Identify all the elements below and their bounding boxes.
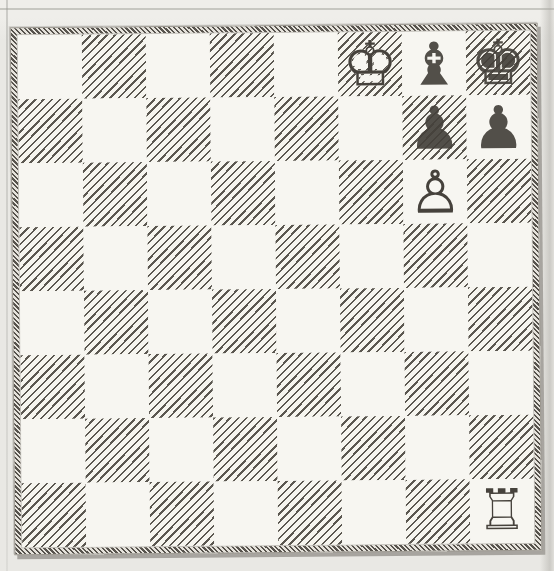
square-c6[interactable]	[147, 162, 212, 227]
square-b1[interactable]	[86, 482, 151, 547]
square-f8[interactable]: ♚♔	[338, 32, 403, 97]
square-h8[interactable]: ♚	[466, 31, 531, 96]
square-f3[interactable]	[341, 352, 406, 417]
square-d8[interactable]	[210, 33, 275, 98]
square-c5[interactable]	[147, 226, 212, 291]
piece-black-bishop: ♝	[402, 31, 467, 96]
square-a3[interactable]	[21, 355, 86, 420]
square-a5[interactable]	[19, 227, 84, 292]
square-h7[interactable]: ♟	[466, 95, 531, 160]
square-h3[interactable]	[469, 351, 534, 416]
square-a4[interactable]	[20, 291, 85, 356]
square-f7[interactable]	[338, 96, 403, 161]
square-b6[interactable]	[83, 162, 148, 227]
square-e6[interactable]	[275, 160, 340, 225]
square-f2[interactable]	[341, 416, 406, 481]
piece-black-king: ♚	[466, 31, 531, 96]
square-c4[interactable]	[148, 290, 213, 355]
square-b2[interactable]	[85, 418, 150, 483]
square-e1[interactable]	[278, 480, 343, 545]
square-g3[interactable]	[405, 351, 470, 416]
chess-board: ♚♔♝♚♟♟♟♙♜♖	[17, 30, 535, 548]
piece-white-king: ♔	[338, 32, 403, 97]
piece-white-rook: ♖	[470, 478, 535, 543]
square-b4[interactable]	[84, 290, 149, 355]
scan-artifact-top-line	[0, 8, 554, 10]
square-d2[interactable]	[213, 417, 278, 482]
square-g5[interactable]	[403, 223, 468, 288]
piece-white-pawn: ♙	[403, 159, 468, 224]
square-d1[interactable]	[214, 481, 279, 546]
square-h6[interactable]	[467, 159, 532, 224]
square-a1[interactable]	[22, 483, 87, 548]
square-c3[interactable]	[149, 354, 214, 419]
square-c2[interactable]	[149, 418, 214, 483]
chess-board-frame: ♚♔♝♚♟♟♟♙♜♖	[10, 23, 543, 556]
square-a2[interactable]	[21, 419, 86, 484]
square-g7[interactable]: ♟	[402, 95, 467, 160]
square-g2[interactable]	[405, 415, 470, 480]
square-a6[interactable]	[19, 163, 84, 228]
square-d5[interactable]	[211, 225, 276, 290]
square-d4[interactable]	[212, 289, 277, 354]
square-h5[interactable]	[467, 223, 532, 288]
square-c1[interactable]	[150, 482, 215, 547]
scan-artifact-left-line	[6, 0, 8, 571]
square-b3[interactable]	[85, 354, 150, 419]
square-a7[interactable]	[18, 99, 83, 164]
square-b5[interactable]	[83, 226, 148, 291]
square-e7[interactable]	[274, 96, 339, 161]
square-e4[interactable]	[276, 288, 341, 353]
square-d7[interactable]	[210, 97, 275, 162]
piece-black-pawn: ♟	[466, 95, 531, 160]
square-c7[interactable]	[146, 98, 211, 163]
square-e8[interactable]	[274, 32, 339, 97]
square-a8[interactable]	[18, 35, 83, 100]
square-b7[interactable]	[82, 98, 147, 163]
square-e5[interactable]	[275, 224, 340, 289]
square-h2[interactable]	[469, 415, 534, 480]
piece-black-pawn: ♟	[402, 95, 467, 160]
square-f6[interactable]	[339, 160, 404, 225]
scan-artifact-right-shade	[540, 0, 554, 571]
square-g1[interactable]	[406, 479, 471, 544]
square-f5[interactable]	[339, 224, 404, 289]
square-c8[interactable]	[146, 34, 211, 99]
square-b8[interactable]	[82, 34, 147, 99]
square-g4[interactable]	[404, 287, 469, 352]
square-e2[interactable]	[277, 416, 342, 481]
square-d3[interactable]	[213, 353, 278, 418]
square-f1[interactable]	[342, 480, 407, 545]
square-d6[interactable]	[211, 161, 276, 226]
square-h4[interactable]	[468, 287, 533, 352]
scanned-page: ♚♔♝♚♟♟♟♙♜♖	[0, 0, 554, 571]
square-f4[interactable]	[340, 288, 405, 353]
square-g8[interactable]: ♝	[402, 31, 467, 96]
square-h1[interactable]: ♜♖	[470, 479, 535, 544]
square-e3[interactable]	[277, 352, 342, 417]
square-g6[interactable]: ♟♙	[403, 159, 468, 224]
